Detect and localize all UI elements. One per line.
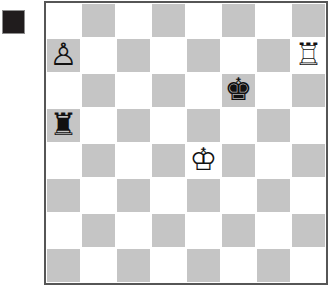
black-to-move-indicator xyxy=(2,10,25,34)
square-b8[interactable] xyxy=(81,3,116,38)
square-h7[interactable]: ♖ xyxy=(291,38,326,73)
square-f7[interactable] xyxy=(221,38,256,73)
piece-white-king-e4[interactable]: ♔ xyxy=(190,144,218,175)
square-d8[interactable] xyxy=(151,3,186,38)
square-e7[interactable] xyxy=(186,38,221,73)
square-g3[interactable] xyxy=(256,178,291,213)
square-e1[interactable] xyxy=(186,248,221,283)
square-f2[interactable] xyxy=(221,213,256,248)
square-a3[interactable] xyxy=(46,178,81,213)
square-b6[interactable] xyxy=(81,73,116,108)
square-e8[interactable] xyxy=(186,3,221,38)
square-h3[interactable] xyxy=(291,178,326,213)
square-h4[interactable] xyxy=(291,143,326,178)
square-d4[interactable] xyxy=(151,143,186,178)
square-h8[interactable] xyxy=(291,3,326,38)
square-d1[interactable] xyxy=(151,248,186,283)
square-h6[interactable] xyxy=(291,73,326,108)
square-d6[interactable] xyxy=(151,73,186,108)
square-b3[interactable] xyxy=(81,178,116,213)
square-e2[interactable] xyxy=(186,213,221,248)
square-c3[interactable] xyxy=(116,178,151,213)
square-a2[interactable] xyxy=(46,213,81,248)
square-d2[interactable] xyxy=(151,213,186,248)
square-b1[interactable] xyxy=(81,248,116,283)
square-f5[interactable] xyxy=(221,108,256,143)
square-g1[interactable] xyxy=(256,248,291,283)
square-h1[interactable] xyxy=(291,248,326,283)
square-a8[interactable] xyxy=(46,3,81,38)
square-g7[interactable] xyxy=(256,38,291,73)
piece-black-king-f6[interactable]: ♚ xyxy=(225,74,253,105)
square-a1[interactable] xyxy=(46,248,81,283)
square-c2[interactable] xyxy=(116,213,151,248)
square-a7[interactable]: ♙ xyxy=(46,38,81,73)
square-g6[interactable] xyxy=(256,73,291,108)
square-b2[interactable] xyxy=(81,213,116,248)
square-f4[interactable] xyxy=(221,143,256,178)
piece-white-rook-h7[interactable]: ♖ xyxy=(295,39,323,70)
square-c4[interactable] xyxy=(116,143,151,178)
square-c6[interactable] xyxy=(116,73,151,108)
piece-white-pawn-a7[interactable]: ♙ xyxy=(50,39,78,70)
square-f1[interactable] xyxy=(221,248,256,283)
square-b4[interactable] xyxy=(81,143,116,178)
square-g2[interactable] xyxy=(256,213,291,248)
chess-board: ♙♖♚♜♔ xyxy=(44,1,328,285)
square-e4[interactable]: ♔ xyxy=(186,143,221,178)
square-g5[interactable] xyxy=(256,108,291,143)
square-a6[interactable] xyxy=(46,73,81,108)
square-c7[interactable] xyxy=(116,38,151,73)
square-f8[interactable] xyxy=(221,3,256,38)
square-h2[interactable] xyxy=(291,213,326,248)
square-c8[interactable] xyxy=(116,3,151,38)
square-f3[interactable] xyxy=(221,178,256,213)
square-e6[interactable] xyxy=(186,73,221,108)
square-d3[interactable] xyxy=(151,178,186,213)
square-f6[interactable]: ♚ xyxy=(221,73,256,108)
square-c5[interactable] xyxy=(116,108,151,143)
square-d7[interactable] xyxy=(151,38,186,73)
square-g4[interactable] xyxy=(256,143,291,178)
square-e3[interactable] xyxy=(186,178,221,213)
square-e5[interactable] xyxy=(186,108,221,143)
square-d5[interactable] xyxy=(151,108,186,143)
piece-black-rook-a5[interactable]: ♜ xyxy=(50,109,78,140)
square-a4[interactable] xyxy=(46,143,81,178)
square-c1[interactable] xyxy=(116,248,151,283)
square-h5[interactable] xyxy=(291,108,326,143)
square-g8[interactable] xyxy=(256,3,291,38)
square-b5[interactable] xyxy=(81,108,116,143)
square-b7[interactable] xyxy=(81,38,116,73)
square-a5[interactable]: ♜ xyxy=(46,108,81,143)
